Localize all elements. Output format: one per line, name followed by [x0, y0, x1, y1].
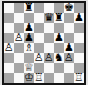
square-d7[interactable]	[34, 13, 44, 23]
piece-black-pawn-icon: ♟	[24, 23, 34, 33]
square-e2[interactable]	[44, 63, 54, 73]
square-h1[interactable]: ♖	[74, 73, 84, 83]
square-d4[interactable]	[34, 43, 44, 53]
chess-board: ♜♚♛♜♟♟♙♟♟♙♗♟♙♙♞♙♕♔♖♖	[4, 3, 84, 83]
square-d3[interactable]: ♙	[34, 53, 44, 63]
square-c2[interactable]: ♕	[24, 63, 34, 73]
piece-black-king-icon: ♚	[64, 3, 74, 13]
square-c1[interactable]: ♔	[24, 73, 34, 83]
square-c5[interactable]: ♟	[24, 33, 34, 43]
square-a6[interactable]	[4, 23, 14, 33]
square-d5[interactable]	[34, 33, 44, 43]
square-g8[interactable]: ♚	[64, 3, 74, 13]
square-f4[interactable]	[54, 43, 64, 53]
square-e4[interactable]	[44, 43, 54, 53]
square-g7[interactable]	[64, 13, 74, 23]
square-f6[interactable]	[54, 23, 64, 33]
square-h2[interactable]	[74, 63, 84, 73]
square-b1[interactable]	[14, 73, 24, 83]
square-e3[interactable]: ♙	[44, 53, 54, 63]
square-c8[interactable]: ♜	[24, 3, 34, 13]
square-a5[interactable]	[4, 33, 14, 43]
square-a3[interactable]	[4, 53, 14, 63]
square-d1[interactable]: ♖	[34, 73, 44, 83]
square-h7[interactable]: ♟	[74, 13, 84, 23]
square-f8[interactable]	[54, 3, 64, 13]
square-g5[interactable]	[64, 33, 74, 43]
piece-white-pawn-icon: ♙	[4, 43, 14, 53]
piece-white-queen-icon: ♕	[24, 63, 34, 73]
chess-board-frame: ♜♚♛♜♟♟♙♟♟♙♗♟♙♙♞♙♕♔♖♖	[2, 1, 86, 85]
square-h3[interactable]	[74, 53, 84, 63]
square-d6[interactable]	[34, 23, 44, 33]
square-d2[interactable]	[34, 63, 44, 73]
square-g4[interactable]: ♟	[64, 43, 74, 53]
piece-white-pawn-icon: ♙	[34, 53, 44, 63]
square-b3[interactable]	[14, 53, 24, 63]
square-b5[interactable]: ♙	[14, 33, 24, 43]
square-e6[interactable]	[44, 23, 54, 33]
square-a7[interactable]	[4, 13, 14, 23]
piece-black-rook-icon: ♜	[54, 13, 64, 23]
square-f3[interactable]: ♞	[54, 53, 64, 63]
square-b2[interactable]	[14, 63, 24, 73]
square-f7[interactable]: ♜	[54, 13, 64, 23]
square-h4[interactable]	[74, 43, 84, 53]
piece-black-pawn-icon: ♟	[24, 33, 34, 43]
piece-black-knight-icon: ♞	[54, 53, 64, 63]
square-b6[interactable]	[14, 23, 24, 33]
square-e7[interactable]: ♛	[44, 13, 54, 23]
square-b4[interactable]	[14, 43, 24, 53]
square-d8[interactable]	[34, 3, 44, 13]
square-e1[interactable]	[44, 73, 54, 83]
piece-white-pawn-icon: ♙	[44, 53, 54, 63]
square-a1[interactable]	[4, 73, 14, 83]
piece-black-pawn-icon: ♟	[64, 43, 74, 53]
square-c6[interactable]: ♟	[24, 23, 34, 33]
square-b8[interactable]	[14, 3, 24, 13]
piece-white-rook-icon: ♖	[74, 73, 84, 83]
piece-black-queen-icon: ♛	[44, 13, 54, 23]
piece-white-pawn-icon: ♙	[64, 53, 74, 63]
piece-white-rook-icon: ♖	[34, 73, 44, 83]
square-g3[interactable]: ♙	[64, 53, 74, 63]
square-f2[interactable]	[54, 63, 64, 73]
square-b7[interactable]	[14, 13, 24, 23]
piece-black-rook-icon: ♜	[24, 3, 34, 13]
square-c3[interactable]	[24, 53, 34, 63]
square-g1[interactable]	[64, 73, 74, 83]
square-a8[interactable]	[4, 3, 14, 13]
square-e8[interactable]	[44, 3, 54, 13]
piece-white-pawn-icon: ♙	[14, 33, 24, 43]
piece-black-pawn-icon: ♟	[54, 33, 64, 43]
square-h8[interactable]	[74, 3, 84, 13]
square-h5[interactable]	[74, 33, 84, 43]
piece-white-bishop-icon: ♗	[24, 43, 34, 53]
square-g6[interactable]	[64, 23, 74, 33]
piece-black-pawn-icon: ♟	[74, 13, 84, 23]
square-f5[interactable]: ♟	[54, 33, 64, 43]
square-g2[interactable]	[64, 63, 74, 73]
square-c4[interactable]: ♗	[24, 43, 34, 53]
square-h6[interactable]	[74, 23, 84, 33]
square-a2[interactable]	[4, 63, 14, 73]
square-c7[interactable]	[24, 13, 34, 23]
square-f1[interactable]	[54, 73, 64, 83]
square-a4[interactable]: ♙	[4, 43, 14, 53]
piece-white-king-icon: ♔	[24, 73, 34, 83]
square-e5[interactable]	[44, 33, 54, 43]
